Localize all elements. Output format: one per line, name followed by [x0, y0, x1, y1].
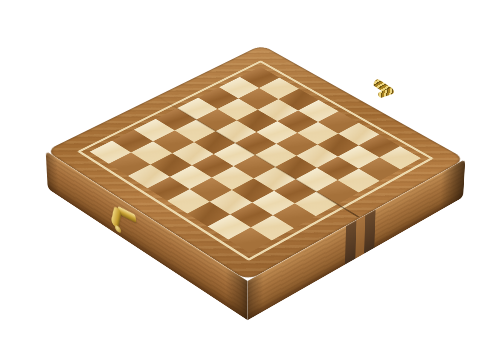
walnut-band [364, 209, 375, 254]
product-photo [0, 0, 500, 337]
photo-scene [0, 0, 500, 337]
folding-chess-board [48, 81, 464, 320]
corner-shade [248, 272, 264, 320]
brass-latch-tip [115, 224, 121, 234]
brass-hook-icon [368, 80, 398, 104]
corner-shade [46, 151, 59, 197]
board-top-face [46, 45, 466, 281]
